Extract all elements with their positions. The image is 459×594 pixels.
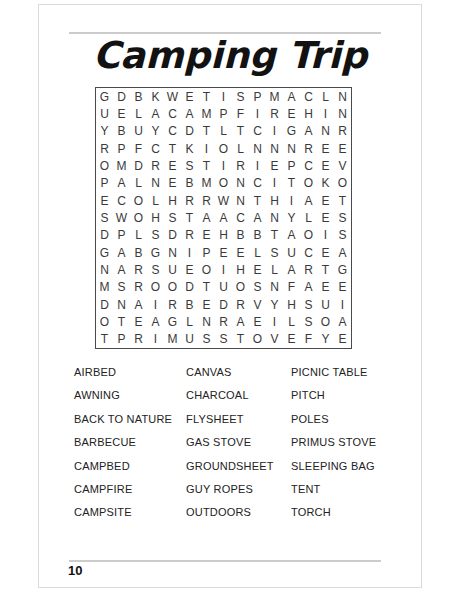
word-list-item: TENT bbox=[291, 478, 411, 501]
grid-cell[interactable]: O bbox=[249, 331, 266, 348]
grid-cell[interactable]: G bbox=[164, 313, 181, 330]
grid-cell[interactable]: I bbox=[147, 331, 164, 348]
grid-cell[interactable]: H bbox=[147, 209, 164, 226]
grid-cell[interactable]: A bbox=[113, 175, 130, 192]
grid-cell[interactable]: A bbox=[181, 105, 198, 122]
grid-cell[interactable]: N bbox=[266, 209, 283, 226]
grid-cell[interactable]: S bbox=[164, 209, 181, 226]
grid-cell[interactable]: T bbox=[96, 331, 113, 348]
grid-cell[interactable]: D bbox=[164, 227, 181, 244]
grid-cell[interactable]: E bbox=[283, 105, 300, 122]
grid-cell[interactable]: O bbox=[147, 279, 164, 296]
word-list-item: GROUNDSHEET bbox=[186, 455, 291, 478]
grid-cell[interactable]: A bbox=[300, 192, 317, 209]
grid-cell[interactable]: U bbox=[317, 296, 334, 313]
grid-cell[interactable]: B bbox=[181, 296, 198, 313]
grid-cell[interactable]: L bbox=[181, 313, 198, 330]
grid-cell[interactable]: K bbox=[181, 140, 198, 157]
grid-cell[interactable]: O bbox=[198, 261, 215, 278]
grid-cell[interactable]: V bbox=[266, 331, 283, 348]
grid-cell[interactable]: S bbox=[147, 227, 164, 244]
grid-cell[interactable]: H bbox=[232, 261, 249, 278]
grid-cell[interactable]: E bbox=[266, 157, 283, 174]
grid-cell[interactable]: D bbox=[113, 88, 130, 105]
grid-cell[interactable]: G bbox=[96, 244, 113, 261]
grid-cell[interactable]: M bbox=[113, 157, 130, 174]
grid-cell[interactable]: I bbox=[215, 261, 232, 278]
grid-cell[interactable]: S bbox=[198, 331, 215, 348]
grid-cell[interactable]: M bbox=[164, 331, 181, 348]
grid-cell[interactable]: C bbox=[300, 244, 317, 261]
grid-cell[interactable]: W bbox=[113, 209, 130, 226]
wordsearch-grid: GDBKWETISPMACLNUELACAMPFIREHINYBUYCDTLTC… bbox=[95, 87, 352, 349]
grid-cell[interactable]: R bbox=[181, 227, 198, 244]
grid-cell[interactable]: V bbox=[249, 296, 266, 313]
grid-cell[interactable]: U bbox=[96, 105, 113, 122]
grid-cell[interactable]: B bbox=[232, 227, 249, 244]
word-list-item: FLYSHEET bbox=[186, 408, 291, 431]
bottom-divider bbox=[69, 560, 381, 562]
grid-cell[interactable]: S bbox=[96, 209, 113, 226]
grid-cell[interactable]: L bbox=[283, 313, 300, 330]
grid-cell[interactable]: I bbox=[147, 296, 164, 313]
grid-cell[interactable]: T bbox=[198, 123, 215, 140]
grid-cell[interactable]: C bbox=[164, 105, 181, 122]
grid-cell[interactable]: I bbox=[266, 313, 283, 330]
grid-cell[interactable]: D bbox=[181, 123, 198, 140]
grid-cell[interactable]: C bbox=[232, 209, 249, 226]
grid-cell[interactable]: E bbox=[334, 140, 351, 157]
grid-cell[interactable]: G bbox=[147, 244, 164, 261]
grid-cell[interactable]: E bbox=[215, 244, 232, 261]
word-list-item: OUTDOORS bbox=[186, 501, 291, 524]
grid-cell[interactable]: R bbox=[198, 192, 215, 209]
grid-cell[interactable]: D bbox=[181, 279, 198, 296]
grid-cell[interactable]: C bbox=[249, 175, 266, 192]
grid-cell[interactable]: P bbox=[113, 227, 130, 244]
word-list-item: GUY ROPES bbox=[186, 478, 291, 501]
word-list-item: AIRBED bbox=[74, 361, 186, 384]
grid-cell[interactable]: E bbox=[249, 313, 266, 330]
grid-cell[interactable]: M bbox=[266, 88, 283, 105]
grid-cell[interactable]: N bbox=[266, 279, 283, 296]
word-list-column-1: AIRBEDAWNINGBACK TO NATUREBARBECUECAMPBE… bbox=[74, 361, 186, 525]
grid-cell[interactable]: T bbox=[283, 175, 300, 192]
grid-cell[interactable]: Y bbox=[266, 296, 283, 313]
grid-cell[interactable]: S bbox=[266, 244, 283, 261]
grid-cell[interactable]: N bbox=[96, 261, 113, 278]
grid-cell[interactable]: N bbox=[198, 313, 215, 330]
grid-cell[interactable]: E bbox=[181, 88, 198, 105]
grid-cell[interactable]: W bbox=[164, 88, 181, 105]
grid-cell[interactable]: I bbox=[181, 244, 198, 261]
grid-cell[interactable]: I bbox=[317, 105, 334, 122]
grid-cell[interactable]: P bbox=[113, 331, 130, 348]
grid-cell[interactable]: L bbox=[130, 105, 147, 122]
grid-cell[interactable]: O bbox=[334, 175, 351, 192]
grid-cell[interactable]: G bbox=[283, 123, 300, 140]
grid-cell[interactable]: U bbox=[283, 244, 300, 261]
grid-cell[interactable]: M bbox=[198, 175, 215, 192]
grid-cell[interactable]: S bbox=[300, 313, 317, 330]
grid-cell[interactable]: E bbox=[317, 140, 334, 157]
grid-cell[interactable]: B bbox=[130, 244, 147, 261]
grid-cell[interactable]: O bbox=[130, 209, 147, 226]
grid-cell[interactable]: B bbox=[181, 175, 198, 192]
grid-cell[interactable]: O bbox=[215, 140, 232, 157]
grid-cell[interactable]: N bbox=[147, 175, 164, 192]
grid-cell[interactable]: O bbox=[96, 313, 113, 330]
grid-cell[interactable]: Y bbox=[147, 123, 164, 140]
grid-cell[interactable]: Y bbox=[283, 209, 300, 226]
grid-cell[interactable]: N bbox=[334, 105, 351, 122]
grid-cell[interactable]: L bbox=[300, 209, 317, 226]
word-list-item: PITCH bbox=[291, 384, 411, 407]
grid-cell[interactable]: C bbox=[300, 88, 317, 105]
grid-cell[interactable]: R bbox=[334, 123, 351, 140]
puzzle-page: Camping Trip GDBKWETISPMACLNUELACAMPFIRE… bbox=[38, 4, 422, 588]
grid-cell[interactable]: N bbox=[232, 192, 249, 209]
grid-cell[interactable]: K bbox=[317, 175, 334, 192]
grid-cell[interactable]: I bbox=[215, 157, 232, 174]
page-number: 10 bbox=[68, 563, 82, 578]
grid-cell[interactable]: A bbox=[300, 123, 317, 140]
grid-cell[interactable]: I bbox=[317, 227, 334, 244]
grid-cell[interactable]: N bbox=[232, 175, 249, 192]
grid-cell[interactable]: R bbox=[164, 296, 181, 313]
grid-cell[interactable]: I bbox=[334, 296, 351, 313]
grid-cell[interactable]: E bbox=[317, 279, 334, 296]
grid-cell[interactable]: T bbox=[198, 279, 215, 296]
grid-cell[interactable]: R bbox=[215, 313, 232, 330]
grid-cell[interactable]: A bbox=[283, 88, 300, 105]
grid-cell[interactable]: R bbox=[130, 261, 147, 278]
word-list-item: CAMPFIRE bbox=[74, 478, 186, 501]
grid-cell[interactable]: A bbox=[232, 313, 249, 330]
grid-cell[interactable]: N bbox=[334, 88, 351, 105]
grid-cell[interactable]: A bbox=[147, 105, 164, 122]
grid-cell[interactable]: P bbox=[113, 140, 130, 157]
grid-cell[interactable]: R bbox=[130, 279, 147, 296]
word-list-item: CANVAS bbox=[186, 361, 291, 384]
grid-cell[interactable]: H bbox=[164, 192, 181, 209]
grid-cell[interactable]: L bbox=[147, 192, 164, 209]
grid-cell[interactable]: T bbox=[334, 192, 351, 209]
grid-cell[interactable]: I bbox=[266, 123, 283, 140]
grid-cell[interactable]: Y bbox=[96, 123, 113, 140]
grid-cell[interactable]: S bbox=[334, 227, 351, 244]
grid-cell[interactable]: C bbox=[113, 192, 130, 209]
grid-cell[interactable]: F bbox=[232, 105, 249, 122]
grid-cell[interactable]: T bbox=[317, 261, 334, 278]
grid-cell[interactable]: E bbox=[334, 279, 351, 296]
grid-cell[interactable]: A bbox=[249, 209, 266, 226]
grid-cell[interactable]: H bbox=[215, 227, 232, 244]
grid-cell[interactable]: E bbox=[181, 261, 198, 278]
grid-cell[interactable]: R bbox=[96, 140, 113, 157]
grid-cell[interactable]: A bbox=[334, 244, 351, 261]
grid-cell[interactable]: C bbox=[164, 123, 181, 140]
word-list-item: BARBECUE bbox=[74, 431, 186, 454]
grid-cell[interactable]: R bbox=[147, 157, 164, 174]
grid-cell[interactable]: S bbox=[215, 331, 232, 348]
grid-cell[interactable]: B bbox=[113, 123, 130, 140]
grid-cell[interactable]: N bbox=[317, 123, 334, 140]
grid-cell[interactable]: O bbox=[130, 192, 147, 209]
word-list-item: AWNING bbox=[74, 384, 186, 407]
grid-cell[interactable]: E bbox=[113, 105, 130, 122]
grid-cell[interactable]: C bbox=[249, 123, 266, 140]
grid-cell[interactable]: I bbox=[215, 88, 232, 105]
grid-cell[interactable]: P bbox=[249, 88, 266, 105]
grid-cell[interactable]: A bbox=[130, 296, 147, 313]
grid-cell[interactable]: L bbox=[130, 175, 147, 192]
grid-cell[interactable]: A bbox=[215, 209, 232, 226]
grid-cell[interactable]: U bbox=[215, 279, 232, 296]
grid-cell[interactable]: P bbox=[283, 157, 300, 174]
grid-cell[interactable]: E bbox=[164, 157, 181, 174]
grid-cell[interactable]: N bbox=[266, 140, 283, 157]
grid-cell[interactable]: U bbox=[130, 123, 147, 140]
grid-cell[interactable]: R bbox=[181, 192, 198, 209]
word-list-column-2: CANVASCHARCOALFLYSHEETGAS STOVEGROUNDSHE… bbox=[186, 361, 291, 525]
grid-cell[interactable]: A bbox=[113, 244, 130, 261]
grid-cell[interactable]: I bbox=[249, 157, 266, 174]
grid-cell[interactable]: N bbox=[249, 140, 266, 157]
grid-cell[interactable]: U bbox=[181, 331, 198, 348]
grid-cell[interactable]: B bbox=[249, 227, 266, 244]
grid-cell[interactable]: L bbox=[266, 261, 283, 278]
grid-cell[interactable]: E bbox=[283, 331, 300, 348]
grid-cell[interactable]: I bbox=[198, 140, 215, 157]
grid-cell[interactable]: M bbox=[198, 105, 215, 122]
grid-cell[interactable]: E bbox=[317, 192, 334, 209]
grid-cell[interactable]: P bbox=[96, 175, 113, 192]
grid-cell[interactable]: Y bbox=[317, 331, 334, 348]
word-list: AIRBEDAWNINGBACK TO NATUREBARBECUECAMPBE… bbox=[74, 361, 411, 525]
grid-cell[interactable]: E bbox=[317, 157, 334, 174]
grid-cell[interactable]: H bbox=[300, 105, 317, 122]
grid-cell[interactable]: F bbox=[283, 279, 300, 296]
grid-cell[interactable]: R bbox=[300, 261, 317, 278]
grid-cell[interactable]: E bbox=[249, 261, 266, 278]
word-list-item: CAMPSITE bbox=[74, 501, 186, 524]
grid-cell[interactable]: S bbox=[334, 209, 351, 226]
grid-cell[interactable]: E bbox=[96, 192, 113, 209]
grid-cell[interactable]: F bbox=[300, 331, 317, 348]
grid-cell[interactable]: O bbox=[300, 175, 317, 192]
grid-cell[interactable]: I bbox=[266, 175, 283, 192]
grid-cell[interactable]: M bbox=[96, 279, 113, 296]
grid-cell[interactable]: T bbox=[113, 313, 130, 330]
grid-cell[interactable]: O bbox=[232, 279, 249, 296]
grid-cell[interactable]: S bbox=[147, 261, 164, 278]
grid-cell[interactable]: L bbox=[249, 244, 266, 261]
word-list-item: BACK TO NATURE bbox=[74, 408, 186, 431]
grid-cell[interactable]: R bbox=[232, 157, 249, 174]
grid-cell[interactable]: O bbox=[96, 157, 113, 174]
word-list-item: TORCH bbox=[291, 501, 411, 524]
grid-cell[interactable]: S bbox=[232, 88, 249, 105]
grid-cell[interactable]: C bbox=[147, 140, 164, 157]
grid-cell[interactable]: T bbox=[181, 209, 198, 226]
grid-cell[interactable]: E bbox=[130, 313, 147, 330]
grid-cell[interactable]: W bbox=[215, 192, 232, 209]
grid-cell[interactable]: A bbox=[283, 227, 300, 244]
grid-cell[interactable]: T bbox=[266, 227, 283, 244]
grid-cell[interactable]: R bbox=[232, 296, 249, 313]
grid-cell[interactable]: O bbox=[300, 227, 317, 244]
grid-cell[interactable]: A bbox=[147, 313, 164, 330]
grid-cell[interactable]: T bbox=[232, 331, 249, 348]
grid-cell[interactable]: L bbox=[232, 140, 249, 157]
word-list-item: PICNIC TABLE bbox=[291, 361, 411, 384]
word-list-item: CHARCOAL bbox=[186, 384, 291, 407]
grid-cell[interactable]: H bbox=[266, 192, 283, 209]
word-list-column-3: PICNIC TABLEPITCHPOLESPRIMUS STOVESLEEPI… bbox=[291, 361, 411, 525]
grid-cell[interactable]: N bbox=[164, 244, 181, 261]
grid-cell[interactable]: R bbox=[266, 105, 283, 122]
grid-cell[interactable]: B bbox=[130, 88, 147, 105]
grid-cell[interactable]: V bbox=[334, 157, 351, 174]
grid-cell[interactable]: S bbox=[249, 279, 266, 296]
grid-cell[interactable]: S bbox=[113, 279, 130, 296]
grid-cell[interactable]: G bbox=[96, 88, 113, 105]
grid-cell[interactable]: A bbox=[300, 279, 317, 296]
grid-cell[interactable]: S bbox=[181, 157, 198, 174]
word-list-item: CAMPBED bbox=[74, 455, 186, 478]
grid-cell[interactable]: A bbox=[334, 313, 351, 330]
grid-cell[interactable]: H bbox=[283, 296, 300, 313]
grid-cell[interactable]: T bbox=[232, 123, 249, 140]
grid-cell[interactable]: D bbox=[215, 296, 232, 313]
grid-cell[interactable]: C bbox=[300, 157, 317, 174]
grid-cell[interactable]: I bbox=[283, 192, 300, 209]
grid-cell[interactable]: D bbox=[96, 296, 113, 313]
grid-cell[interactable]: A bbox=[198, 209, 215, 226]
grid-cell[interactable]: E bbox=[317, 209, 334, 226]
grid-cell[interactable]: G bbox=[334, 261, 351, 278]
grid-cell[interactable]: E bbox=[232, 244, 249, 261]
grid-cell[interactable]: I bbox=[249, 105, 266, 122]
grid-cell[interactable]: O bbox=[164, 279, 181, 296]
grid-cell[interactable]: D bbox=[130, 157, 147, 174]
word-list-item: SLEEPING BAG bbox=[291, 455, 411, 478]
grid-cell[interactable]: N bbox=[283, 140, 300, 157]
grid-cell[interactable]: P bbox=[215, 105, 232, 122]
grid-cell[interactable]: T bbox=[249, 192, 266, 209]
grid-cell[interactable]: U bbox=[164, 261, 181, 278]
grid-cell[interactable]: L bbox=[215, 123, 232, 140]
grid-cell[interactable]: R bbox=[300, 140, 317, 157]
grid-cell[interactable]: L bbox=[130, 227, 147, 244]
grid-cell[interactable]: R bbox=[130, 331, 147, 348]
grid-cell[interactable]: E bbox=[164, 175, 181, 192]
word-list-item: POLES bbox=[291, 408, 411, 431]
grid-cell[interactable]: O bbox=[215, 175, 232, 192]
grid-cell[interactable]: T bbox=[164, 140, 181, 157]
grid-cell[interactable]: E bbox=[198, 227, 215, 244]
grid-cell[interactable]: L bbox=[317, 88, 334, 105]
grid-cell[interactable]: P bbox=[198, 244, 215, 261]
grid-cell[interactable]: S bbox=[300, 296, 317, 313]
grid-cell[interactable]: A bbox=[113, 261, 130, 278]
grid-cell[interactable]: O bbox=[317, 313, 334, 330]
word-list-item: GAS STOVE bbox=[186, 431, 291, 454]
grid-cell[interactable]: D bbox=[96, 227, 113, 244]
grid-cell[interactable]: F bbox=[130, 140, 147, 157]
puzzle-title: Camping Trip bbox=[39, 34, 421, 78]
grid-cell[interactable]: E bbox=[334, 331, 351, 348]
word-list-item: PRIMUS STOVE bbox=[291, 431, 411, 454]
grid-cell[interactable]: E bbox=[317, 244, 334, 261]
grid-cell[interactable]: T bbox=[198, 88, 215, 105]
grid-cell[interactable]: E bbox=[198, 296, 215, 313]
grid-cell[interactable]: K bbox=[147, 88, 164, 105]
grid-cell[interactable]: N bbox=[113, 296, 130, 313]
grid-cell[interactable]: T bbox=[198, 157, 215, 174]
grid-cell[interactable]: A bbox=[283, 261, 300, 278]
